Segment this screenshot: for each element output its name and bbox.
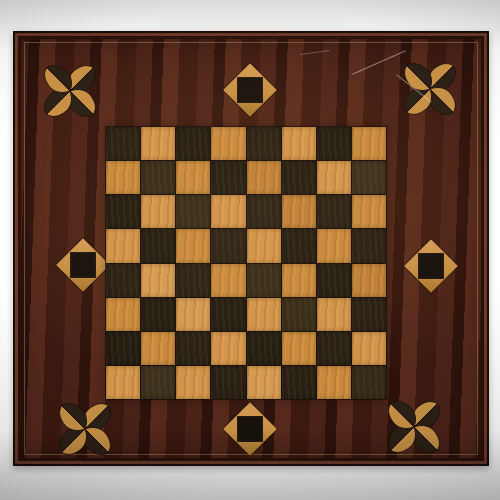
square-f1[interactable] — [282, 366, 316, 399]
square-e7[interactable] — [247, 161, 281, 194]
square-d4[interactable] — [211, 264, 245, 297]
square-d3[interactable] — [211, 298, 245, 331]
games-board — [13, 31, 489, 466]
square-c5[interactable] — [176, 229, 210, 262]
square-a8[interactable] — [106, 127, 140, 160]
square-b2[interactable] — [141, 332, 175, 365]
square-g5[interactable] — [317, 229, 351, 262]
square-f5[interactable] — [282, 229, 316, 262]
square-e6[interactable] — [247, 195, 281, 228]
square-c1[interactable] — [176, 366, 210, 399]
square-c8[interactable] — [176, 127, 210, 160]
square-a6[interactable] — [106, 195, 140, 228]
diamond-core — [237, 416, 263, 442]
square-h2[interactable] — [352, 332, 386, 365]
board-photo — [0, 0, 500, 500]
square-d8[interactable] — [211, 127, 245, 160]
square-c3[interactable] — [176, 298, 210, 331]
square-f2[interactable] — [282, 332, 316, 365]
corner-pinwheel-inlay-top-left — [34, 55, 106, 127]
square-a3[interactable] — [106, 298, 140, 331]
square-d5[interactable] — [211, 229, 245, 262]
square-e5[interactable] — [247, 229, 281, 262]
square-c2[interactable] — [176, 332, 210, 365]
square-d7[interactable] — [211, 161, 245, 194]
edge-diamond-inlay-left — [56, 238, 110, 292]
square-h1[interactable] — [352, 366, 386, 399]
square-a7[interactable] — [106, 161, 140, 194]
square-a1[interactable] — [106, 366, 140, 399]
corner-pinwheel-inlay-top-right — [394, 53, 466, 125]
square-b1[interactable] — [141, 366, 175, 399]
square-a4[interactable] — [106, 264, 140, 297]
square-f8[interactable] — [282, 127, 316, 160]
edge-diamond-inlay-right — [404, 239, 458, 293]
diamond-core — [70, 252, 96, 278]
square-d1[interactable] — [211, 366, 245, 399]
square-c4[interactable] — [176, 264, 210, 297]
square-b7[interactable] — [141, 161, 175, 194]
square-d6[interactable] — [211, 195, 245, 228]
square-h8[interactable] — [352, 127, 386, 160]
square-e4[interactable] — [247, 264, 281, 297]
diamond-core — [418, 253, 444, 279]
square-b4[interactable] — [141, 264, 175, 297]
square-b8[interactable] — [141, 127, 175, 160]
square-h5[interactable] — [352, 229, 386, 262]
corner-pinwheel-inlay-bottom-left — [49, 393, 121, 465]
square-g2[interactable] — [317, 332, 351, 365]
square-f4[interactable] — [282, 264, 316, 297]
square-d2[interactable] — [211, 332, 245, 365]
corner-pinwheel-inlay-bottom-right — [378, 391, 450, 463]
square-h6[interactable] — [352, 195, 386, 228]
square-b3[interactable] — [141, 298, 175, 331]
edge-diamond-inlay-top — [223, 63, 277, 117]
square-g1[interactable] — [317, 366, 351, 399]
square-c6[interactable] — [176, 195, 210, 228]
square-g4[interactable] — [317, 264, 351, 297]
square-g8[interactable] — [317, 127, 351, 160]
square-g6[interactable] — [317, 195, 351, 228]
square-a2[interactable] — [106, 332, 140, 365]
square-h3[interactable] — [352, 298, 386, 331]
diamond-core — [237, 77, 263, 103]
square-b5[interactable] — [141, 229, 175, 262]
square-f7[interactable] — [282, 161, 316, 194]
square-f3[interactable] — [282, 298, 316, 331]
square-c7[interactable] — [176, 161, 210, 194]
square-e3[interactable] — [247, 298, 281, 331]
square-f6[interactable] — [282, 195, 316, 228]
edge-diamond-inlay-bottom — [223, 402, 277, 456]
square-g3[interactable] — [317, 298, 351, 331]
square-a5[interactable] — [106, 229, 140, 262]
square-e8[interactable] — [247, 127, 281, 160]
square-e1[interactable] — [247, 366, 281, 399]
square-e2[interactable] — [247, 332, 281, 365]
square-g7[interactable] — [317, 161, 351, 194]
checkerboard — [106, 127, 386, 399]
square-h7[interactable] — [352, 161, 386, 194]
square-b6[interactable] — [141, 195, 175, 228]
square-h4[interactable] — [352, 264, 386, 297]
